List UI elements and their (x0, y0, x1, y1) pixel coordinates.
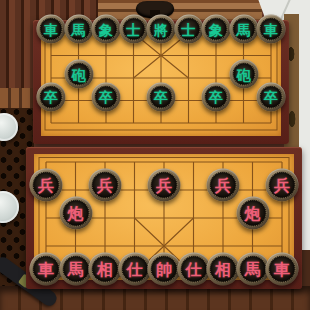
piece-red-soldier[interactable]: 兵 (148, 169, 181, 202)
piece-character: 兵 (274, 177, 290, 193)
piece-character: 馬 (237, 22, 251, 36)
piece-red-soldier[interactable]: 兵 (89, 169, 122, 202)
piece-green-soldier[interactable]: 卒 (202, 82, 231, 111)
piece-green-horse[interactable]: 馬 (64, 15, 93, 44)
piece-character: 相 (97, 261, 113, 277)
piece-character: 象 (209, 22, 223, 36)
piece-green-soldier[interactable]: 卒 (147, 82, 176, 111)
piece-character: 士 (127, 22, 141, 36)
piece-green-soldier[interactable]: 卒 (257, 82, 286, 111)
piece-green-cannon[interactable]: 砲 (64, 60, 93, 89)
piece-red-horse[interactable]: 馬 (236, 253, 269, 286)
piece-red-soldier[interactable]: 兵 (266, 169, 299, 202)
piece-red-cannon[interactable]: 炮 (59, 197, 92, 230)
piece-green-general[interactable]: 將 (147, 15, 176, 44)
piece-character: 馬 (68, 261, 84, 277)
piece-character: 車 (38, 261, 54, 277)
piece-character: 炮 (68, 205, 84, 221)
piece-red-horse[interactable]: 馬 (59, 253, 92, 286)
piece-character: 炮 (245, 205, 261, 221)
piece-character: 仕 (186, 261, 202, 277)
piece-character: 卒 (99, 90, 113, 104)
piece-red-general[interactable]: 帥 (148, 253, 181, 286)
piece-character: 相 (215, 261, 231, 277)
piece-character: 仕 (127, 261, 143, 277)
piece-character: 車 (274, 261, 290, 277)
piece-green-elephant[interactable]: 象 (92, 15, 121, 44)
piece-green-chariot[interactable]: 車 (37, 15, 66, 44)
piece-character: 象 (99, 22, 113, 36)
piece-character: 卒 (44, 90, 58, 104)
piece-green-soldier[interactable]: 卒 (92, 82, 121, 111)
piece-red-soldier[interactable]: 兵 (207, 169, 240, 202)
piece-character: 砲 (72, 67, 86, 81)
piece-character: 卒 (154, 90, 168, 104)
piece-character: 卒 (209, 90, 223, 104)
piece-green-advisor[interactable]: 士 (174, 15, 203, 44)
piece-red-advisor[interactable]: 仕 (177, 253, 210, 286)
piece-character: 兵 (97, 177, 113, 193)
piece-character: 將 (154, 22, 168, 36)
piece-character: 卒 (264, 90, 278, 104)
piece-character: 兵 (215, 177, 231, 193)
piece-green-advisor[interactable]: 士 (119, 15, 148, 44)
tea-tray-rim (0, 88, 34, 108)
piece-character: 車 (44, 22, 58, 36)
piece-red-elephant[interactable]: 相 (207, 253, 240, 286)
table-wood-left (0, 26, 36, 90)
piece-red-chariot[interactable]: 車 (30, 253, 63, 286)
piece-green-cannon[interactable]: 砲 (229, 60, 258, 89)
piece-green-horse[interactable]: 馬 (229, 15, 258, 44)
piece-character: 帥 (156, 261, 172, 277)
piece-red-cannon[interactable]: 炮 (236, 197, 269, 230)
piece-character: 砲 (237, 67, 251, 81)
piece-character: 兵 (38, 177, 54, 193)
piece-green-soldier[interactable]: 卒 (37, 82, 66, 111)
piece-red-chariot[interactable]: 車 (266, 253, 299, 286)
piece-character: 馬 (245, 261, 261, 277)
piece-red-advisor[interactable]: 仕 (118, 253, 151, 286)
piece-red-soldier[interactable]: 兵 (30, 169, 63, 202)
piece-green-elephant[interactable]: 象 (202, 15, 231, 44)
photo-scene: 車馬象士將士象馬車砲砲卒卒卒卒卒兵兵兵兵兵炮炮車馬相仕帥仕相馬車 (0, 0, 310, 310)
piece-character: 車 (264, 22, 278, 36)
piece-red-elephant[interactable]: 相 (89, 253, 122, 286)
piece-character: 士 (182, 22, 196, 36)
piece-green-chariot[interactable]: 車 (257, 15, 286, 44)
piece-character: 馬 (72, 22, 86, 36)
piece-character: 兵 (156, 177, 172, 193)
